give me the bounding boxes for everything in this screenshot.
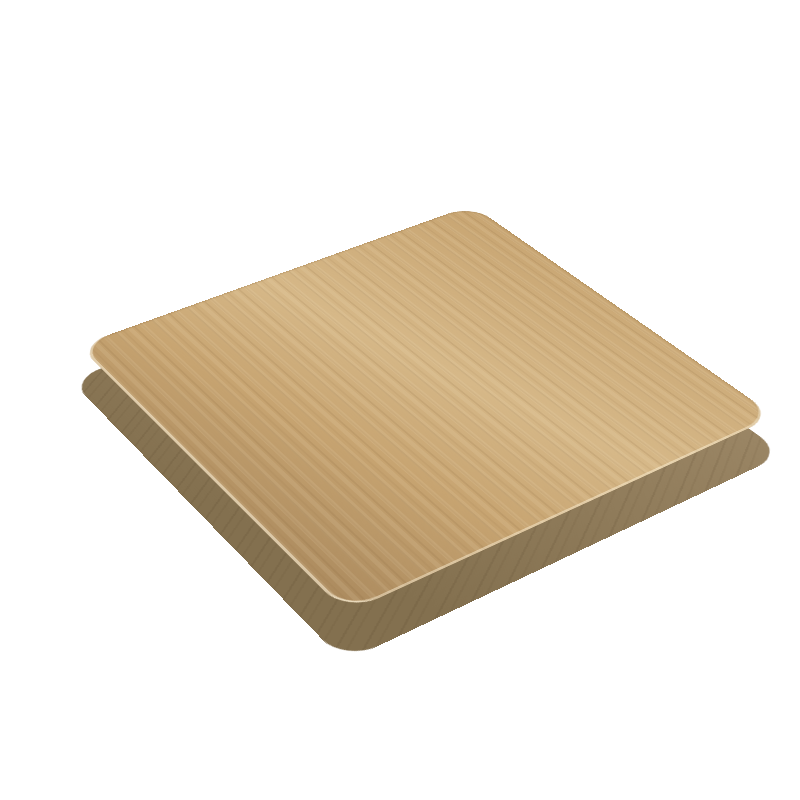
board-top-face (78, 205, 775, 613)
trivet-board (78, 205, 775, 613)
product-photo (0, 0, 800, 800)
